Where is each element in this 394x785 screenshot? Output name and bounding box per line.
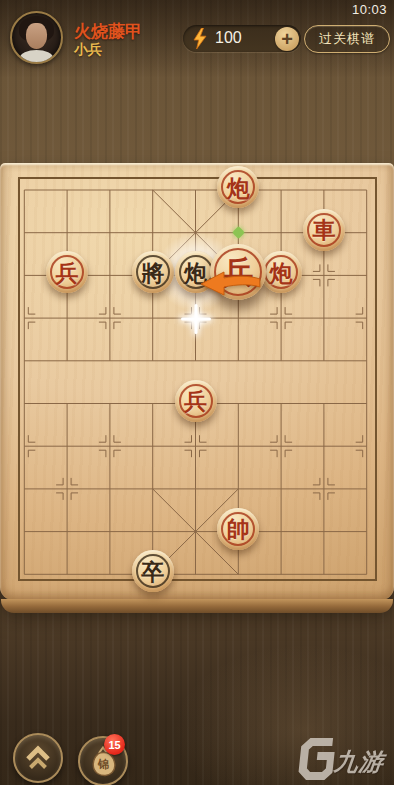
bag-badge-count: 15: [104, 734, 125, 755]
add-energy-button[interactable]: +: [275, 27, 299, 51]
game-board[interactable]: 炮 車 兵 將 炮 兵 炮 兵 帥 卒: [0, 163, 394, 600]
piece-black-general[interactable]: 將: [132, 251, 174, 293]
energy-pill: 100 +: [183, 25, 301, 52]
player-rank: 小兵: [74, 41, 102, 59]
board-edge: [1, 599, 393, 613]
bag-label: 锦: [97, 757, 109, 769]
level-title: 火烧藤甲: [74, 20, 142, 43]
ninegame-text: 九游: [332, 746, 385, 778]
stage-manual-button[interactable]: 过关棋谱: [304, 25, 390, 53]
ninegame-watermark: 九游: [298, 733, 392, 783]
piece-red-chariot[interactable]: 車: [303, 209, 345, 251]
piece-red-general[interactable]: 帥: [217, 508, 259, 550]
piece-red-cannon[interactable]: 炮: [217, 166, 259, 208]
status-time: 10:03: [352, 2, 387, 17]
piece-black-soldier[interactable]: 卒: [132, 550, 174, 592]
chevron-up-icon: [25, 745, 51, 771]
game-screen: 10:03 火烧藤甲 小兵 100 + 过关棋谱 炮 車 兵 將 炮: [0, 0, 394, 785]
capture-arrow-icon: [198, 268, 263, 298]
piece-red-soldier[interactable]: 兵: [175, 380, 217, 422]
header: 10:03 火烧藤甲 小兵 100 + 过关棋谱: [0, 0, 394, 70]
lightning-icon: [192, 28, 208, 49]
collapse-button[interactable]: [13, 733, 63, 783]
ninegame-g-icon: [296, 735, 337, 781]
energy-value: 100: [215, 29, 242, 47]
avatar[interactable]: [10, 11, 63, 64]
